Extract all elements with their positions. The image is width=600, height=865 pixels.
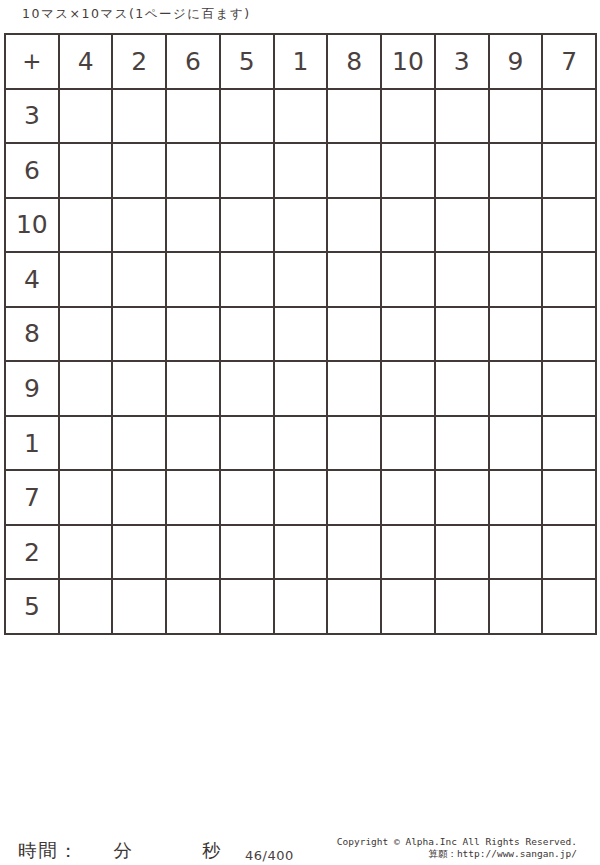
answer-cell-r0c3[interactable]: [221, 90, 273, 143]
answer-cell-r7c0[interactable]: [60, 471, 112, 524]
answer-cell-r2c2[interactable]: [167, 199, 219, 252]
col-header-9: 7: [543, 35, 595, 88]
operator-cell: +: [6, 35, 58, 88]
answer-cell-r3c6[interactable]: [382, 253, 434, 306]
answer-cell-r9c5[interactable]: [328, 580, 380, 633]
answer-cell-r8c5[interactable]: [328, 526, 380, 579]
answer-cell-r2c9[interactable]: [543, 199, 595, 252]
site-url: 算願：http://www.sangan.jp/: [337, 848, 577, 860]
worksheet-page: 10マス×10マス(1ページに百ます) +4265181039736104891…: [0, 0, 600, 865]
answer-cell-r2c8[interactable]: [490, 199, 542, 252]
answer-cell-r3c1[interactable]: [113, 253, 165, 306]
answer-cell-r7c6[interactable]: [382, 471, 434, 524]
answer-cell-r3c3[interactable]: [221, 253, 273, 306]
answer-cell-r5c2[interactable]: [167, 362, 219, 415]
answer-cell-r4c3[interactable]: [221, 308, 273, 361]
answer-cell-r1c6[interactable]: [382, 144, 434, 197]
row-header-7: 7: [6, 471, 58, 524]
copyright-text: Copyright © Alpha.Inc All Rights Reserve…: [337, 836, 577, 848]
answer-cell-r3c8[interactable]: [490, 253, 542, 306]
answer-cell-r4c4[interactable]: [275, 308, 327, 361]
answer-cell-r7c7[interactable]: [436, 471, 488, 524]
answer-cell-r8c1[interactable]: [113, 526, 165, 579]
sheet-number: 46/400: [245, 848, 294, 863]
answer-cell-r5c7[interactable]: [436, 362, 488, 415]
answer-cell-r5c3[interactable]: [221, 362, 273, 415]
answer-cell-r7c5[interactable]: [328, 471, 380, 524]
row-header-2: 10: [6, 199, 58, 252]
answer-cell-r1c8[interactable]: [490, 144, 542, 197]
col-header-4: 1: [275, 35, 327, 88]
answer-cell-r6c4[interactable]: [275, 417, 327, 470]
col-header-8: 9: [490, 35, 542, 88]
answer-cell-r9c0[interactable]: [60, 580, 112, 633]
answer-cell-r3c7[interactable]: [436, 253, 488, 306]
seconds-label: 秒: [202, 838, 223, 863]
answer-cell-r3c5[interactable]: [328, 253, 380, 306]
answer-cell-r3c4[interactable]: [275, 253, 327, 306]
answer-cell-r8c4[interactable]: [275, 526, 327, 579]
row-header-8: 2: [6, 526, 58, 579]
answer-cell-r2c6[interactable]: [382, 199, 434, 252]
answer-cell-r8c2[interactable]: [167, 526, 219, 579]
answer-cell-r7c9[interactable]: [543, 471, 595, 524]
answer-cell-r0c9[interactable]: [543, 90, 595, 143]
answer-cell-r6c1[interactable]: [113, 417, 165, 470]
answer-cell-r6c0[interactable]: [60, 417, 112, 470]
answer-cell-r9c2[interactable]: [167, 580, 219, 633]
answer-cell-r1c1[interactable]: [113, 144, 165, 197]
answer-cell-r6c8[interactable]: [490, 417, 542, 470]
time-entry-line: 時間： 分 秒: [18, 838, 241, 865]
answer-cell-r0c8[interactable]: [490, 90, 542, 143]
answer-cell-r4c6[interactable]: [382, 308, 434, 361]
answer-cell-r2c3[interactable]: [221, 199, 273, 252]
answer-cell-r5c8[interactable]: [490, 362, 542, 415]
answer-cell-r6c7[interactable]: [436, 417, 488, 470]
time-label: 時間：: [18, 838, 80, 863]
row-header-0: 3: [6, 90, 58, 143]
answer-cell-r6c6[interactable]: [382, 417, 434, 470]
col-header-0: 4: [60, 35, 112, 88]
answer-cell-r8c9[interactable]: [543, 526, 595, 579]
minutes-label: 分: [114, 838, 135, 863]
row-header-3: 4: [6, 253, 58, 306]
answer-cell-r1c0[interactable]: [60, 144, 112, 197]
col-header-7: 3: [436, 35, 488, 88]
answer-cell-r1c5[interactable]: [328, 144, 380, 197]
answer-cell-r0c7[interactable]: [436, 90, 488, 143]
answer-cell-r7c8[interactable]: [490, 471, 542, 524]
answer-cell-r4c5[interactable]: [328, 308, 380, 361]
answer-cell-r5c4[interactable]: [275, 362, 327, 415]
answer-cell-r7c1[interactable]: [113, 471, 165, 524]
answer-cell-r0c0[interactable]: [60, 90, 112, 143]
hyakumasu-grid: +4265181039736104891725: [4, 33, 597, 635]
answer-cell-r0c5[interactable]: [328, 90, 380, 143]
answer-cell-r2c7[interactable]: [436, 199, 488, 252]
col-header-2: 6: [167, 35, 219, 88]
copyright-block: Copyright © Alpha.Inc All Rights Reserve…: [337, 836, 577, 860]
answer-cell-r4c8[interactable]: [490, 308, 542, 361]
row-header-1: 6: [6, 144, 58, 197]
answer-cell-r0c6[interactable]: [382, 90, 434, 143]
answer-cell-r2c1[interactable]: [113, 199, 165, 252]
answer-cell-r9c9[interactable]: [543, 580, 595, 633]
answer-cell-r0c4[interactable]: [275, 90, 327, 143]
answer-cell-r9c1[interactable]: [113, 580, 165, 633]
row-header-6: 1: [6, 417, 58, 470]
answer-cell-r1c2[interactable]: [167, 144, 219, 197]
row-header-9: 5: [6, 580, 58, 633]
answer-cell-r8c6[interactable]: [382, 526, 434, 579]
answer-cell-r2c5[interactable]: [328, 199, 380, 252]
row-header-4: 8: [6, 308, 58, 361]
row-header-5: 9: [6, 362, 58, 415]
answer-cell-r4c0[interactable]: [60, 308, 112, 361]
answer-cell-r7c4[interactable]: [275, 471, 327, 524]
answer-cell-r4c7[interactable]: [436, 308, 488, 361]
answer-cell-r4c1[interactable]: [113, 308, 165, 361]
answer-cell-r0c1[interactable]: [113, 90, 165, 143]
answer-cell-r3c0[interactable]: [60, 253, 112, 306]
answer-cell-r5c1[interactable]: [113, 362, 165, 415]
answer-cell-r3c2[interactable]: [167, 253, 219, 306]
answer-cell-r5c9[interactable]: [543, 362, 595, 415]
answer-cell-r1c9[interactable]: [543, 144, 595, 197]
answer-cell-r5c6[interactable]: [382, 362, 434, 415]
answer-cell-r6c5[interactable]: [328, 417, 380, 470]
answer-cell-r7c3[interactable]: [221, 471, 273, 524]
answer-cell-r4c9[interactable]: [543, 308, 595, 361]
answer-cell-r9c6[interactable]: [382, 580, 434, 633]
answer-cell-r5c5[interactable]: [328, 362, 380, 415]
answer-cell-r8c0[interactable]: [60, 526, 112, 579]
answer-cell-r9c3[interactable]: [221, 580, 273, 633]
answer-cell-r3c9[interactable]: [543, 253, 595, 306]
col-header-6: 10: [382, 35, 434, 88]
answer-cell-r6c2[interactable]: [167, 417, 219, 470]
col-header-1: 2: [113, 35, 165, 88]
answer-cell-r1c3[interactable]: [221, 144, 273, 197]
answer-cell-r6c3[interactable]: [221, 417, 273, 470]
col-header-5: 8: [328, 35, 380, 88]
answer-cell-r1c7[interactable]: [436, 144, 488, 197]
answer-cell-r9c7[interactable]: [436, 580, 488, 633]
answer-cell-r8c8[interactable]: [490, 526, 542, 579]
answer-cell-r1c4[interactable]: [275, 144, 327, 197]
answer-cell-r5c0[interactable]: [60, 362, 112, 415]
answer-cell-r0c2[interactable]: [167, 90, 219, 143]
answer-cell-r9c4[interactable]: [275, 580, 327, 633]
answer-cell-r4c2[interactable]: [167, 308, 219, 361]
answer-cell-r8c3[interactable]: [221, 526, 273, 579]
answer-cell-r8c7[interactable]: [436, 526, 488, 579]
answer-cell-r9c8[interactable]: [490, 580, 542, 633]
answer-cell-r7c2[interactable]: [167, 471, 219, 524]
answer-cell-r2c0[interactable]: [60, 199, 112, 252]
worksheet-title: 10マス×10マス(1ページに百ます): [22, 6, 251, 23]
answer-cell-r2c4[interactable]: [275, 199, 327, 252]
col-header-3: 5: [221, 35, 273, 88]
answer-cell-r6c9[interactable]: [543, 417, 595, 470]
